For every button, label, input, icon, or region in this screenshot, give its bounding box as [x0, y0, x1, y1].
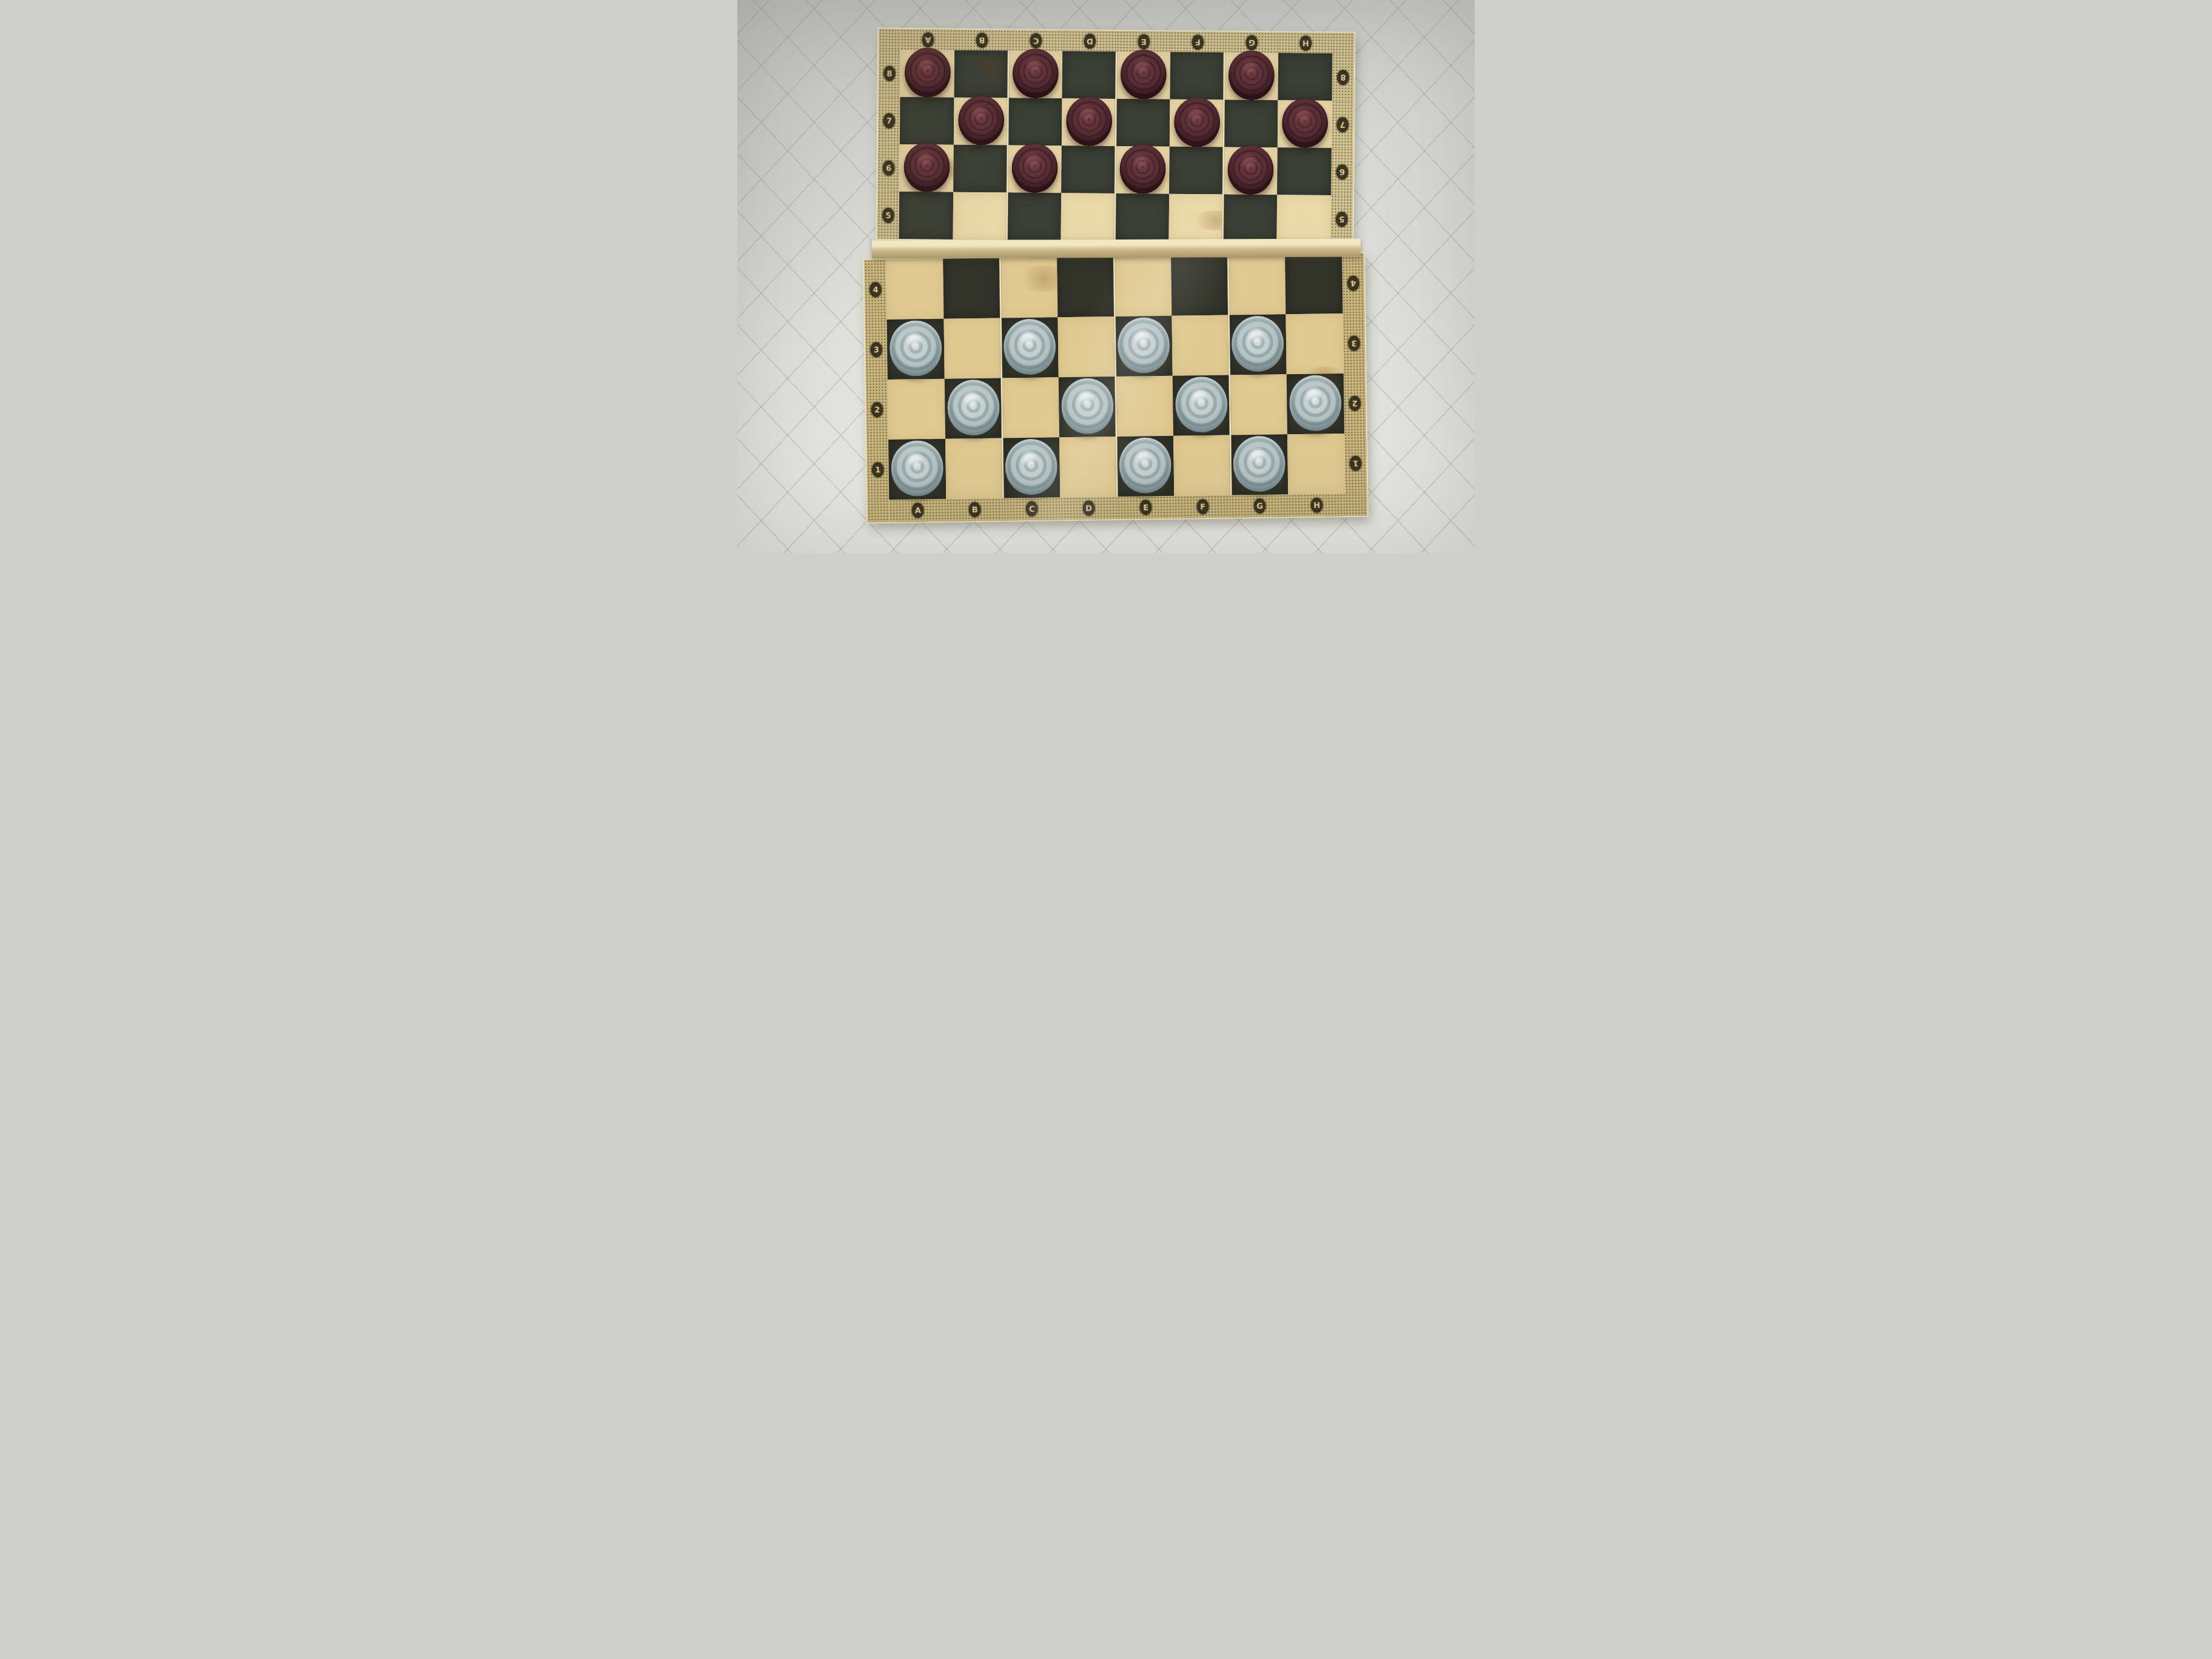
dark-man-glyph: ⛂: [1281, 98, 1328, 149]
file-label-a-bottom: A: [911, 503, 923, 518]
square-e3[interactable]: ⛀: [1114, 316, 1172, 377]
file-label-cell-e-bottom: E: [1117, 496, 1174, 519]
file-label-cell-f-top: F: [1170, 32, 1224, 53]
square-b3[interactable]: [943, 318, 1001, 378]
rank-label-8-right: 8: [1337, 70, 1349, 85]
rank-label-cell-8-right: 8: [1332, 53, 1355, 101]
file-label-cell-h-bottom: H: [1288, 494, 1345, 517]
square-a3[interactable]: ⛀: [886, 319, 944, 380]
square-b4[interactable]: [943, 258, 1000, 318]
square-h1[interactable]: [1287, 434, 1345, 494]
light-man[interactable]: ⛀: [1175, 376, 1228, 432]
light-man-glyph: ⛀: [1175, 376, 1228, 432]
square-c8[interactable]: ⛂: [1008, 50, 1063, 98]
square-a7[interactable]: [900, 97, 954, 145]
file-label-cell-d-bottom: D: [1060, 497, 1117, 520]
file-label-d-top: D: [1084, 33, 1096, 49]
rank-label-4-right: 4: [1347, 276, 1359, 291]
rank-label-cell-2-right: 2: [1344, 374, 1366, 434]
file-label-cell-h-top: H: [1278, 32, 1332, 53]
square-a2[interactable]: [888, 379, 945, 440]
photo-bedspread-background: ABCDEFGH8⛂⛂⛂⛂87⛂⛂⛂⛂76⛂⛂⛂⛂655 443⛀⛀⛀⛀32⛀⛀…: [737, 0, 1475, 553]
rank-label-5-left: 5: [882, 207, 894, 223]
file-label-h-bottom: H: [1310, 498, 1322, 513]
dark-man-glyph: ⛂: [957, 95, 1004, 146]
rank-label-7-right: 7: [1336, 117, 1349, 132]
border-corner: [1345, 494, 1367, 516]
rank-label-cell-4-left: 4: [864, 260, 886, 320]
light-man[interactable]: ⛀: [891, 440, 943, 496]
square-f8[interactable]: [1170, 52, 1225, 100]
square-d8[interactable]: [1062, 51, 1117, 99]
light-man[interactable]: ⛀: [1231, 315, 1284, 372]
board-upper-fold: ABCDEFGH8⛂⛂⛂⛂87⛂⛂⛂⛂76⛂⛂⛂⛂655: [877, 29, 1355, 243]
light-man-glyph: ⛀: [1119, 437, 1171, 493]
square-g6[interactable]: ⛂: [1223, 147, 1278, 195]
file-label-cell-c-bottom: C: [1003, 497, 1060, 520]
rank-label-3-left: 3: [870, 342, 882, 357]
square-g5[interactable]: [1222, 195, 1277, 243]
square-f6[interactable]: [1169, 147, 1224, 195]
square-e6[interactable]: ⛂: [1115, 146, 1170, 194]
square-c7[interactable]: [1008, 98, 1062, 146]
square-c3[interactable]: ⛀: [1000, 317, 1058, 378]
square-d3[interactable]: [1057, 317, 1115, 377]
rank-label-2-right: 2: [1349, 396, 1361, 411]
square-g3[interactable]: ⛀: [1228, 314, 1286, 375]
light-man[interactable]: ⛀: [1061, 378, 1114, 434]
rank-label-8-left: 8: [883, 65, 896, 81]
file-label-f-top: F: [1191, 35, 1204, 50]
square-h3[interactable]: [1285, 313, 1343, 374]
square-c6[interactable]: ⛂: [1007, 145, 1062, 193]
rank-label-1-right: 1: [1350, 456, 1362, 471]
square-e5[interactable]: [1114, 193, 1169, 241]
file-label-cell-d-top: D: [1062, 30, 1116, 52]
square-f7[interactable]: ⛂: [1170, 99, 1224, 147]
light-man[interactable]: ⛀: [1005, 438, 1057, 495]
dark-man-glyph: ⛂: [904, 47, 951, 98]
light-man-glyph: ⛀: [1005, 438, 1057, 495]
square-d2[interactable]: ⛀: [1059, 377, 1116, 437]
square-b1[interactable]: [945, 438, 1003, 498]
rank-label-cell-3-left: 3: [865, 320, 887, 380]
rank-label-cell-7-left: 7: [878, 97, 900, 144]
square-c4[interactable]: [1000, 257, 1057, 318]
square-e7[interactable]: [1116, 99, 1170, 147]
dark-man[interactable]: ⛂: [1227, 145, 1274, 195]
border-corner: [867, 500, 889, 522]
rank-label-6-left: 6: [882, 160, 894, 175]
rank-label-cell-3-right: 3: [1342, 313, 1365, 374]
light-man-glyph: ⛀: [947, 379, 1000, 435]
light-man[interactable]: ⛀: [1119, 437, 1171, 493]
rank-label-cell-6-left: 6: [877, 144, 900, 192]
dark-man[interactable]: ⛂: [1281, 98, 1328, 149]
file-label-g-top: G: [1245, 35, 1258, 50]
light-man-glyph: ⛀: [1231, 315, 1284, 372]
light-man-glyph: ⛀: [1289, 375, 1342, 431]
square-e4[interactable]: [1114, 256, 1171, 317]
square-b5[interactable]: [953, 192, 1008, 240]
dark-man-glyph: ⛂: [1065, 96, 1112, 147]
rank-label-7-left: 7: [883, 113, 895, 128]
light-man[interactable]: ⛀: [1117, 317, 1170, 373]
square-g2[interactable]: [1230, 374, 1287, 435]
dark-man[interactable]: ⛂: [904, 47, 951, 98]
light-man[interactable]: ⛀: [947, 379, 1000, 435]
square-e1[interactable]: ⛀: [1116, 436, 1174, 497]
rank-label-cell-1-right: 1: [1344, 434, 1367, 494]
rank-label-cell-2-left: 2: [866, 380, 888, 440]
square-e8[interactable]: ⛂: [1116, 52, 1171, 99]
rank-label-cell-4-right: 4: [1342, 253, 1364, 313]
dark-man-glyph: ⛂: [1228, 50, 1275, 101]
square-f1[interactable]: [1173, 435, 1231, 496]
square-a6[interactable]: ⛂: [899, 144, 954, 192]
dark-man[interactable]: ⛂: [957, 95, 1004, 146]
square-c5[interactable]: [1007, 192, 1061, 240]
rank-label-cell-5-right: 5: [1330, 195, 1353, 243]
border-corner: [879, 29, 900, 50]
square-a1[interactable]: ⛀: [888, 439, 946, 500]
square-a4[interactable]: [886, 259, 943, 320]
dark-man-glyph: ⛂: [1119, 144, 1166, 194]
square-f5[interactable]: [1168, 194, 1223, 242]
square-h2[interactable]: ⛀: [1287, 374, 1344, 434]
dark-man-glyph: ⛂: [1120, 49, 1167, 99]
board-hinge-fold-strip: [872, 239, 1361, 259]
square-d1[interactable]: [1059, 437, 1117, 497]
file-label-g-bottom: G: [1253, 498, 1265, 514]
file-label-cell-b-top: B: [954, 30, 1008, 51]
dark-man[interactable]: ⛂: [1011, 143, 1058, 193]
file-label-e-bottom: E: [1139, 500, 1151, 515]
rank-label-cell-5-left: 5: [877, 192, 900, 239]
dark-man[interactable]: ⛂: [1228, 50, 1275, 101]
rank-label-2-left: 2: [871, 402, 883, 417]
light-man-glyph: ⛀: [1117, 317, 1170, 373]
rank-label-cell-8-left: 8: [879, 50, 901, 97]
file-label-cell-g-bottom: G: [1231, 494, 1288, 517]
light-man-glyph: ⛀: [890, 320, 942, 376]
square-e2[interactable]: [1116, 376, 1173, 437]
file-label-a-top: A: [922, 32, 934, 47]
file-label-d-bottom: D: [1082, 500, 1094, 515]
square-h4[interactable]: [1285, 253, 1342, 314]
dark-man-glyph: ⛂: [1173, 97, 1220, 147]
square-h8[interactable]: [1278, 53, 1333, 101]
dark-man-glyph: ⛂: [903, 142, 950, 192]
light-man[interactable]: ⛀: [1289, 375, 1342, 431]
file-label-f-bottom: F: [1196, 499, 1208, 514]
rank-label-5-right: 5: [1336, 212, 1348, 227]
square-d5[interactable]: [1061, 193, 1115, 241]
file-label-cell-b-bottom: B: [946, 498, 1003, 521]
light-man-glyph: ⛀: [1233, 435, 1285, 492]
square-g7[interactable]: [1224, 100, 1278, 148]
square-c1[interactable]: ⛀: [1002, 437, 1060, 498]
file-label-c-bottom: C: [1025, 501, 1037, 517]
rank-label-6-right: 6: [1336, 164, 1348, 179]
light-man-glyph: ⛀: [1003, 318, 1056, 375]
rank-label-cell-1-left: 1: [866, 440, 889, 500]
square-d6[interactable]: [1061, 146, 1116, 193]
dark-man[interactable]: ⛂: [1119, 144, 1166, 194]
file-label-cell-a-bottom: A: [889, 499, 946, 522]
square-d7[interactable]: ⛂: [1062, 98, 1116, 146]
border-corner: [1332, 33, 1354, 53]
rank-label-1-left: 1: [872, 462, 884, 477]
square-f4[interactable]: [1171, 255, 1228, 316]
square-g8[interactable]: ⛂: [1224, 53, 1279, 101]
light-man[interactable]: ⛀: [1003, 318, 1056, 375]
square-d4[interactable]: [1057, 256, 1114, 317]
square-f3[interactable]: [1171, 315, 1229, 376]
rank-label-3-right: 3: [1348, 336, 1360, 351]
file-label-e-top: E: [1138, 34, 1150, 49]
dark-man[interactable]: ⛂: [903, 142, 950, 192]
light-man-glyph: ⛀: [891, 440, 943, 496]
light-man[interactable]: ⛀: [1233, 435, 1285, 492]
dark-man-glyph: ⛂: [1011, 143, 1058, 193]
dark-man[interactable]: ⛂: [1173, 97, 1220, 147]
file-label-c-top: C: [1030, 33, 1042, 48]
file-label-b-bottom: B: [968, 502, 980, 517]
light-man-glyph: ⛀: [1061, 378, 1114, 434]
square-g4[interactable]: [1228, 254, 1285, 315]
square-b7[interactable]: ⛂: [954, 98, 1008, 146]
square-b8[interactable]: [954, 50, 1009, 98]
dark-man-glyph: ⛂: [1227, 145, 1274, 195]
square-b6[interactable]: [953, 145, 1008, 193]
dark-man[interactable]: ⛂: [1012, 49, 1059, 99]
square-c2[interactable]: [1002, 377, 1059, 438]
square-b2[interactable]: ⛀: [945, 378, 1002, 438]
rank-label-4-left: 4: [870, 282, 882, 297]
square-a5[interactable]: [899, 192, 954, 240]
file-label-h-top: H: [1299, 35, 1312, 50]
dark-man-glyph: ⛂: [1012, 49, 1059, 99]
rank-label-cell-6-right: 6: [1331, 148, 1353, 195]
square-g1[interactable]: ⛀: [1230, 434, 1288, 495]
square-h5[interactable]: [1276, 195, 1331, 243]
rank-label-cell-7-right: 7: [1332, 101, 1354, 148]
square-h6[interactable]: [1277, 147, 1332, 195]
file-label-cell-f-bottom: F: [1174, 495, 1231, 518]
dark-man[interactable]: ⛂: [1065, 96, 1112, 147]
square-h7[interactable]: ⛂: [1278, 100, 1332, 148]
light-man[interactable]: ⛀: [890, 320, 942, 376]
dark-man[interactable]: ⛂: [1120, 49, 1167, 99]
square-a8[interactable]: ⛂: [900, 50, 955, 98]
square-f2[interactable]: ⛀: [1173, 375, 1230, 436]
board-lower-fold: 443⛀⛀⛀⛀32⛀⛀⛀⛀21⛀⛀⛀⛀1ABCDEFGH: [864, 253, 1367, 523]
file-label-b-top: B: [976, 32, 988, 47]
